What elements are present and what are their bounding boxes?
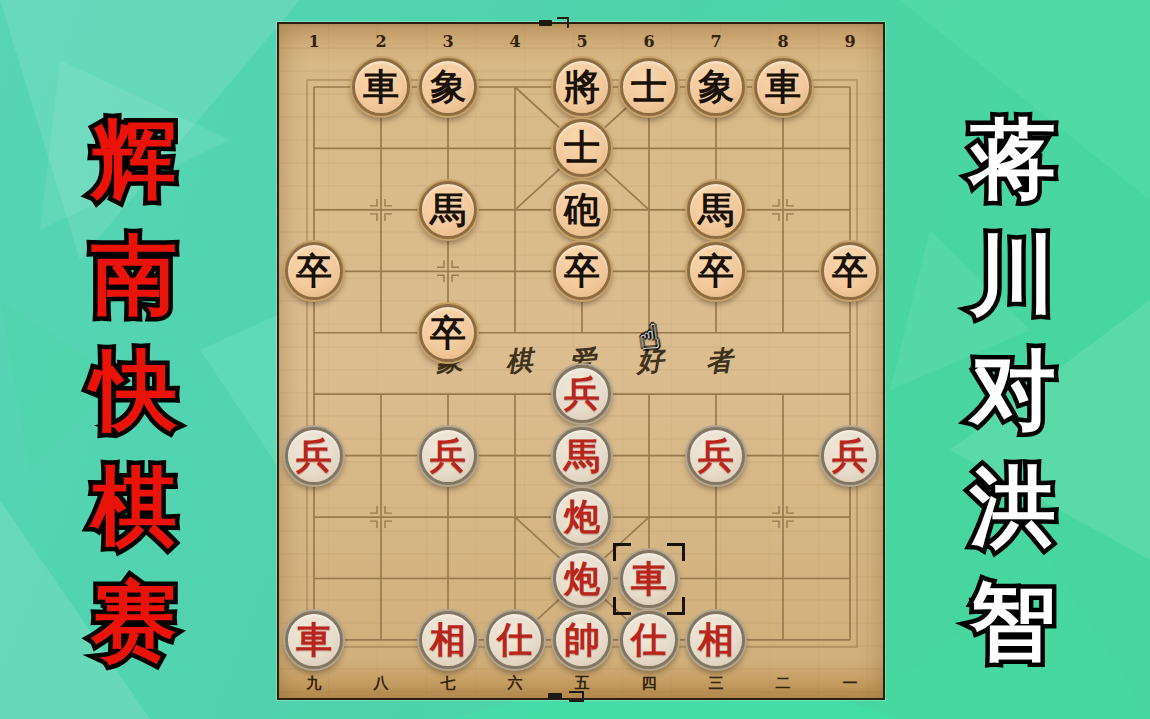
black-chariot[interactable]: 車 [352,58,410,116]
right-title-jiangchuan-vs-hongzhi: 蒋川对洪智 [963,116,1063,664]
river-watermark-char: 棋 [501,345,537,377]
bottom-coordinate-label: 五 [568,674,596,692]
title-char: 川 [970,232,1056,318]
video-ui-artifact-top-2 [557,17,569,28]
title-char: 南 [91,232,177,318]
top-coordinate-label: 4 [501,33,529,51]
black-elephant[interactable]: 象 [419,58,477,116]
title-char: 棋 [91,463,177,549]
red-elephant[interactable]: 相 [687,611,745,669]
title-char: 赛 [91,578,177,664]
bottom-coordinate-label: 四 [635,674,663,692]
top-coordinate-label: 1 [300,33,328,51]
bottom-coordinate-label: 三 [702,674,730,692]
bottom-coordinate-label: 七 [434,674,462,692]
bottom-coordinate-label: 九 [300,674,328,692]
top-coordinate-label: 2 [367,33,395,51]
red-soldier[interactable]: 兵 [687,427,745,485]
black-chariot[interactable]: 車 [754,58,812,116]
title-char: 洪 [970,463,1056,549]
bottom-coordinate-label: 八 [367,674,395,692]
top-coordinate-label: 7 [702,33,730,51]
black-soldier[interactable]: 卒 [821,242,879,300]
top-coordinate-label: 6 [635,33,663,51]
left-title-huinan-rapid: 辉南快棋赛 [84,116,184,664]
bottom-coordinate-label: 六 [501,674,529,692]
video-ui-artifact-bottom [548,693,562,699]
red-horse[interactable]: 馬 [553,427,611,485]
black-elephant[interactable]: 象 [687,58,745,116]
red-soldier[interactable]: 兵 [285,427,343,485]
black-soldier[interactable]: 卒 [553,242,611,300]
red-soldier[interactable]: 兵 [821,427,879,485]
title-char: 蒋 [970,116,1056,202]
top-coordinate-label: 8 [769,33,797,51]
title-char: 智 [970,578,1056,664]
title-char: 快 [91,347,177,433]
red-advisor[interactable]: 仕 [620,611,678,669]
river-watermark-char: 者 [701,345,737,377]
black-soldier[interactable]: 卒 [419,304,477,362]
red-advisor[interactable]: 仕 [486,611,544,669]
red-general[interactable]: 帥 [553,611,611,669]
red-chariot[interactable]: 車 [620,550,678,608]
red-chariot[interactable]: 車 [285,611,343,669]
black-soldier[interactable]: 卒 [285,242,343,300]
xiangqi-board[interactable]: 123456789 九八七六五四三二一 象棋爱好者 車象將士象車士馬砲馬卒卒卒卒… [277,22,885,700]
red-cannon[interactable]: 炮 [553,550,611,608]
red-elephant[interactable]: 相 [419,611,477,669]
video-ui-artifact-top [539,20,552,26]
black-horse[interactable]: 馬 [419,181,477,239]
black-horse[interactable]: 馬 [687,181,745,239]
black-advisor[interactable]: 士 [620,58,678,116]
red-soldier[interactable]: 兵 [419,427,477,485]
video-ui-artifact-bottom-2 [569,691,584,702]
hand-pointer-cursor: ☝ [637,319,662,356]
red-cannon[interactable]: 炮 [553,488,611,546]
bottom-coordinate-label: 二 [769,674,797,692]
title-char: 辉 [91,116,177,202]
black-soldier[interactable]: 卒 [687,242,745,300]
bottom-coordinate-label: 一 [836,674,864,692]
red-soldier[interactable]: 兵 [553,365,611,423]
top-coordinate-label: 3 [434,33,462,51]
top-coordinate-label: 9 [836,33,864,51]
black-cannon[interactable]: 砲 [553,181,611,239]
title-char: 对 [970,347,1056,433]
black-general[interactable]: 將 [553,58,611,116]
top-coordinate-label: 5 [568,33,596,51]
